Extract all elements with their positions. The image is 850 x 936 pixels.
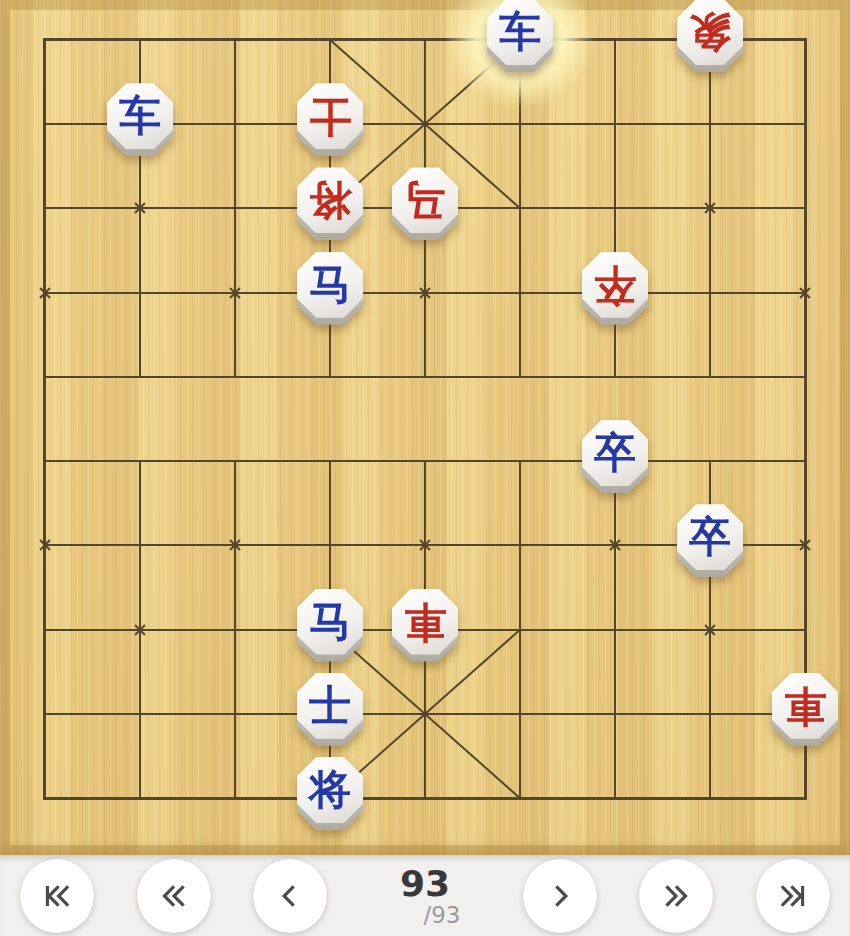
position-marker	[132, 200, 148, 216]
piece-character: 士	[309, 95, 351, 137]
piece-blue-advisor[interactable]: 士	[297, 673, 363, 746]
piece-face: 卒	[582, 420, 648, 486]
piece-character: 车	[119, 95, 161, 137]
piece-character: 马	[309, 601, 351, 643]
piece-face: 車	[772, 673, 838, 739]
piece-character: 車	[404, 601, 446, 643]
piece-character: 卒	[594, 264, 636, 306]
fast-backward-icon	[157, 879, 191, 913]
nav-last-button[interactable]	[756, 859, 830, 933]
piece-character: 象	[689, 11, 731, 53]
piece-red-soldier[interactable]: 卒	[582, 252, 648, 325]
nav-first-button[interactable]	[20, 859, 94, 933]
piece-face: 马	[297, 589, 363, 655]
piece-face: 将	[297, 167, 363, 233]
piece-blue-soldier[interactable]: 卒	[677, 504, 743, 577]
piece-character: 车	[499, 11, 541, 53]
piece-red-horse[interactable]: 马	[392, 167, 458, 240]
piece-blue-chariot[interactable]: 车	[487, 0, 553, 72]
current-move-number: 93	[370, 866, 480, 902]
piece-face: 士	[297, 83, 363, 149]
position-marker	[37, 285, 53, 301]
app-screen: 车象车士将马马卒卒卒马車士車将 93 /93	[0, 0, 850, 936]
nav-back-button[interactable]	[253, 859, 327, 933]
piece-face: 卒	[582, 252, 648, 318]
skip-to-end-icon	[776, 879, 810, 913]
piece-red-chariot[interactable]: 車	[772, 673, 838, 746]
piece-blue-horse[interactable]: 马	[297, 252, 363, 325]
board-line	[234, 39, 236, 378]
position-marker	[702, 622, 718, 638]
piece-face: 象	[677, 0, 743, 65]
piece-character: 马	[404, 179, 446, 221]
board-layer: 车象车士将马马卒卒卒马車士車将	[0, 0, 850, 855]
piece-face: 马	[392, 167, 458, 233]
nav-rewind-button[interactable]	[137, 859, 211, 933]
piece-face: 車	[392, 589, 458, 655]
position-marker	[797, 285, 813, 301]
piece-character: 卒	[689, 516, 731, 558]
move-counter: 93 /93	[370, 866, 480, 927]
position-marker	[227, 285, 243, 301]
piece-character: 車	[784, 685, 826, 727]
piece-blue-general[interactable]: 将	[297, 757, 363, 830]
nav-fast-forward-button[interactable]	[639, 859, 713, 933]
back-icon	[273, 879, 307, 913]
board-line	[614, 460, 616, 799]
position-marker	[417, 285, 433, 301]
piece-face: 卒	[677, 504, 743, 570]
piece-face: 士	[297, 673, 363, 739]
piece-red-general[interactable]: 将	[297, 167, 363, 240]
fast-forward-icon	[659, 879, 693, 913]
piece-character: 卒	[594, 432, 636, 474]
position-marker	[132, 622, 148, 638]
piece-face: 车	[487, 0, 553, 65]
board-line	[234, 460, 236, 799]
position-marker	[797, 537, 813, 553]
piece-red-advisor[interactable]: 士	[297, 83, 363, 156]
piece-character: 士	[309, 685, 351, 727]
piece-character: 将	[309, 179, 351, 221]
piece-character: 将	[309, 769, 351, 811]
piece-face: 马	[297, 252, 363, 318]
piece-red-chariot[interactable]: 車	[392, 589, 458, 662]
position-marker	[227, 537, 243, 553]
xiangqi-board: 车象车士将马马卒卒卒马車士車将	[0, 0, 850, 855]
piece-blue-horse[interactable]: 马	[297, 589, 363, 662]
piece-face: 将	[297, 757, 363, 823]
position-marker	[702, 200, 718, 216]
piece-face: 车	[107, 83, 173, 149]
piece-blue-chariot[interactable]: 车	[107, 83, 173, 156]
piece-blue-soldier[interactable]: 卒	[582, 420, 648, 493]
total-move-number: /93	[370, 904, 480, 927]
position-marker	[37, 537, 53, 553]
forward-icon	[543, 879, 577, 913]
replay-navbar: 93 /93	[0, 855, 850, 936]
position-marker	[417, 537, 433, 553]
position-marker	[607, 537, 623, 553]
piece-red-elephant[interactable]: 象	[677, 0, 743, 72]
nav-forward-button[interactable]	[523, 859, 597, 933]
skip-to-start-icon	[40, 879, 74, 913]
piece-character: 马	[309, 264, 351, 306]
